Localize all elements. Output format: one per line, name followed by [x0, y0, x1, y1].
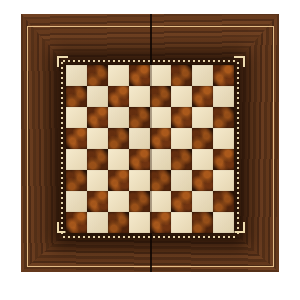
square-b2[interactable]	[87, 191, 108, 212]
square-e4[interactable]	[150, 149, 171, 170]
square-f2[interactable]	[171, 191, 192, 212]
square-f7[interactable]	[171, 86, 192, 107]
square-d3[interactable]	[129, 170, 150, 191]
square-h8[interactable]	[213, 65, 234, 86]
square-c2[interactable]	[108, 191, 129, 212]
square-c6[interactable]	[108, 107, 129, 128]
square-g1[interactable]	[192, 212, 213, 233]
square-a3[interactable]	[66, 170, 87, 191]
square-h6[interactable]	[213, 107, 234, 128]
corner-mark-bottom-right	[234, 222, 245, 233]
square-d8[interactable]	[129, 65, 150, 86]
square-f5[interactable]	[171, 128, 192, 149]
square-b7[interactable]	[87, 86, 108, 107]
square-c4[interactable]	[108, 149, 129, 170]
square-a6[interactable]	[66, 107, 87, 128]
square-h4[interactable]	[213, 149, 234, 170]
square-c1[interactable]	[108, 212, 129, 233]
square-h3[interactable]	[213, 170, 234, 191]
corner-mark-top-right	[234, 56, 245, 67]
square-h2[interactable]	[213, 191, 234, 212]
square-f4[interactable]	[171, 149, 192, 170]
chess-board	[21, 14, 279, 272]
square-g8[interactable]	[192, 65, 213, 86]
square-g3[interactable]	[192, 170, 213, 191]
square-f1[interactable]	[171, 212, 192, 233]
square-c3[interactable]	[108, 170, 129, 191]
dotted-inlay-right	[237, 62, 239, 236]
square-b3[interactable]	[87, 170, 108, 191]
square-a4[interactable]	[66, 149, 87, 170]
square-c7[interactable]	[108, 86, 129, 107]
square-g2[interactable]	[192, 191, 213, 212]
square-g7[interactable]	[192, 86, 213, 107]
square-e3[interactable]	[150, 170, 171, 191]
square-h1[interactable]	[213, 212, 234, 233]
square-d2[interactable]	[129, 191, 150, 212]
square-c8[interactable]	[108, 65, 129, 86]
dotted-inlay-left	[61, 62, 63, 236]
square-b4[interactable]	[87, 149, 108, 170]
square-e7[interactable]	[150, 86, 171, 107]
square-d4[interactable]	[129, 149, 150, 170]
square-d6[interactable]	[129, 107, 150, 128]
square-f6[interactable]	[171, 107, 192, 128]
square-a8[interactable]	[66, 65, 87, 86]
square-g6[interactable]	[192, 107, 213, 128]
square-d5[interactable]	[129, 128, 150, 149]
photo-background	[0, 0, 300, 300]
square-b6[interactable]	[87, 107, 108, 128]
square-b5[interactable]	[87, 128, 108, 149]
square-b8[interactable]	[87, 65, 108, 86]
square-a1[interactable]	[66, 212, 87, 233]
square-c5[interactable]	[108, 128, 129, 149]
square-d1[interactable]	[129, 212, 150, 233]
board-fold-seam	[150, 14, 152, 272]
square-a5[interactable]	[66, 128, 87, 149]
square-g5[interactable]	[192, 128, 213, 149]
square-d7[interactable]	[129, 86, 150, 107]
square-a2[interactable]	[66, 191, 87, 212]
square-a7[interactable]	[66, 86, 87, 107]
square-e5[interactable]	[150, 128, 171, 149]
square-b1[interactable]	[87, 212, 108, 233]
square-e8[interactable]	[150, 65, 171, 86]
square-e1[interactable]	[150, 212, 171, 233]
square-e6[interactable]	[150, 107, 171, 128]
square-f8[interactable]	[171, 65, 192, 86]
square-f3[interactable]	[171, 170, 192, 191]
square-e2[interactable]	[150, 191, 171, 212]
square-h5[interactable]	[213, 128, 234, 149]
square-h7[interactable]	[213, 86, 234, 107]
square-g4[interactable]	[192, 149, 213, 170]
